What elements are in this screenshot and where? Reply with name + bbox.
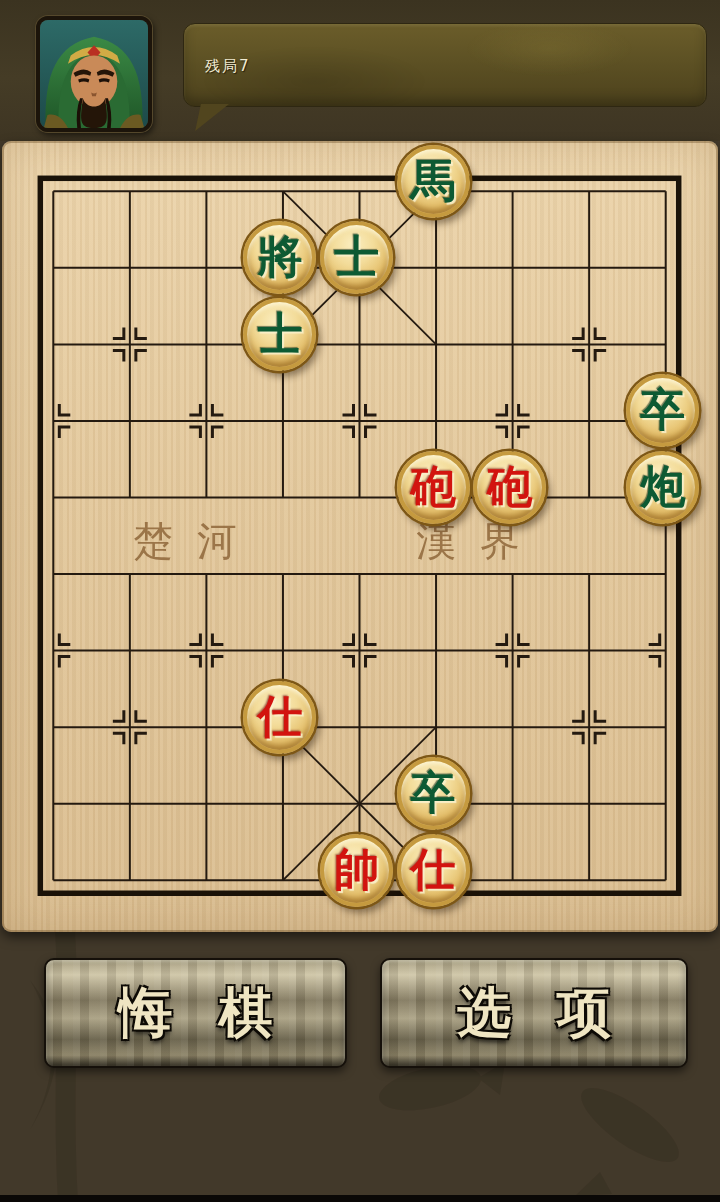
- level-title: 残局7: [205, 57, 251, 76]
- river-text-left: 楚河: [133, 518, 261, 564]
- piece-character: 帥: [334, 847, 379, 892]
- black-advisor[interactable]: 士: [243, 298, 316, 371]
- piece-character: 卒: [640, 387, 685, 432]
- bottom-black-bar: [0, 1195, 720, 1202]
- piece-character: 炮: [640, 464, 685, 509]
- piece-character: 砲: [411, 464, 456, 509]
- options-button-label: 选项: [411, 977, 657, 1050]
- black-soldier[interactable]: 卒: [397, 757, 470, 830]
- piece-character: 士: [334, 234, 379, 279]
- piece-character: 卒: [411, 770, 456, 815]
- undo-button-label: 悔棋: [73, 977, 319, 1050]
- options-button[interactable]: 选项: [380, 958, 688, 1068]
- black-cannon[interactable]: 炮: [626, 451, 699, 524]
- guan-yu-portrait-icon: [40, 20, 148, 128]
- piece-character: 士: [257, 311, 302, 356]
- top-bar: 残局7: [0, 0, 720, 141]
- piece-character: 馬: [411, 158, 456, 203]
- speech-bubble: [183, 23, 707, 107]
- red-general[interactable]: 帥: [320, 834, 393, 907]
- red-advisor[interactable]: 仕: [397, 834, 470, 907]
- red-advisor[interactable]: 仕: [243, 681, 316, 754]
- piece-character: 砲: [487, 464, 532, 509]
- black-horse[interactable]: 馬: [397, 145, 470, 218]
- piece-character: 仕: [411, 847, 456, 892]
- red-cannon[interactable]: 砲: [473, 451, 546, 524]
- player-avatar[interactable]: [36, 16, 152, 132]
- speech-bubble-tail: [193, 104, 229, 131]
- xiangqi-board[interactable]: 楚河 漢界 馬將士士卒砲砲炮仕卒帥仕: [2, 141, 718, 932]
- river-text-right: 漢界: [416, 518, 544, 564]
- undo-button[interactable]: 悔棋: [44, 958, 347, 1068]
- red-cannon[interactable]: 砲: [397, 451, 470, 524]
- piece-character: 將: [257, 234, 302, 279]
- piece-character: 仕: [257, 694, 302, 739]
- black-advisor[interactable]: 士: [320, 221, 393, 294]
